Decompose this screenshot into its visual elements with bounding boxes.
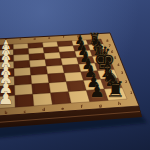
frame-label-front-g: g (99, 103, 102, 108)
frame-label-front-f: f (81, 104, 83, 109)
frame-label-far-e: e (48, 36, 50, 40)
chessboard-svg: abcdefghabcdefgh87654321♜♟♟♞♟♜♟♝♟♞♟♛♟♝♟♛… (0, 0, 150, 150)
frame-label-front-d: d (42, 107, 45, 112)
piece-bP-h7: ♟ (89, 81, 105, 101)
chess-set-photo: abcdefghabcdefgh87654321♜♟♟♞♟♜♟♝♟♞♟♛♟♝♟♛… (0, 0, 150, 150)
frame-label-far-d: d (34, 37, 36, 41)
frame-label-front-h: h (118, 101, 121, 106)
frame-label-front-e: e (61, 106, 64, 111)
frame-label-far-c: c (19, 37, 21, 41)
piece-bR-h8: ♜ (106, 77, 126, 102)
folding-chessboard: abcdefghabcdefgh87654321♜♟♟♞♟♜♟♝♟♞♟♛♟♝♟♛… (0, 0, 150, 150)
frame-label-front-b: b (4, 110, 7, 115)
piece-wP-h2: ♟ (0, 88, 14, 108)
